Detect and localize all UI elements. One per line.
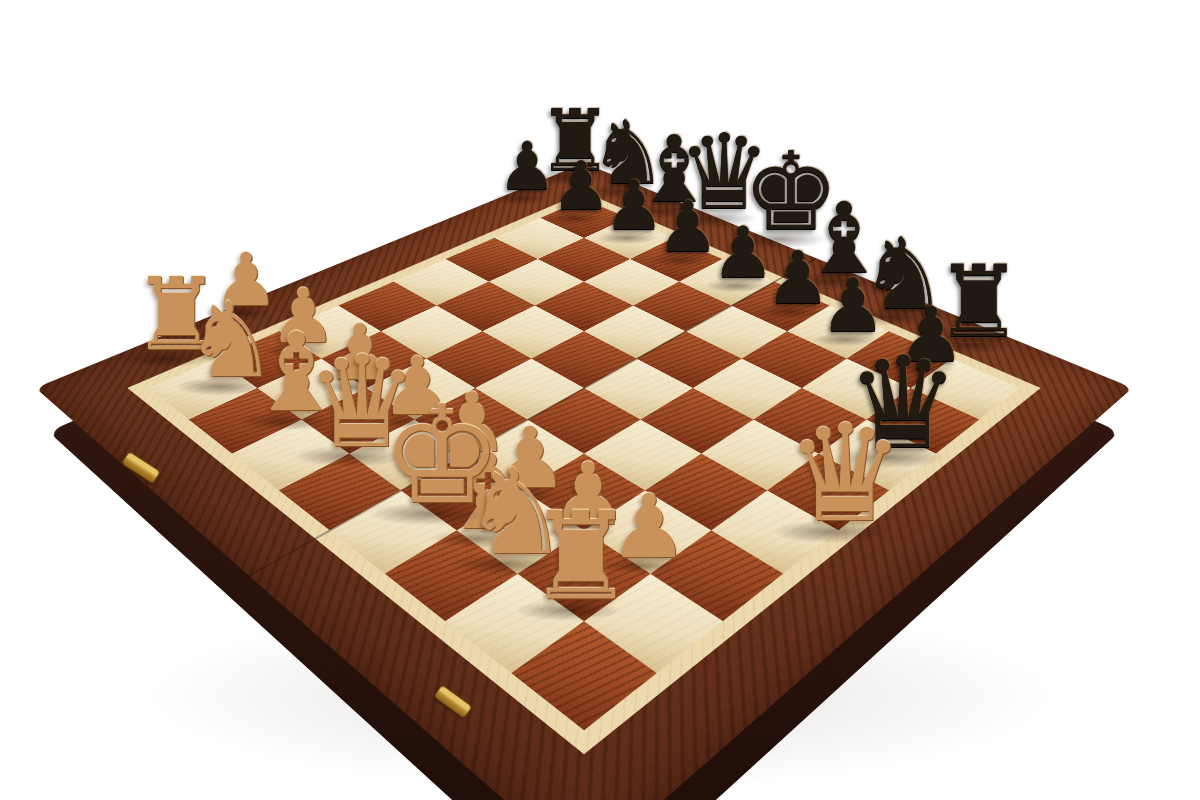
piece-shadow — [757, 305, 823, 318]
piece-glyph: ♟ — [551, 154, 611, 220]
piece-glyph: ♟ — [497, 135, 556, 200]
piece-shadow — [703, 279, 767, 292]
piece-white-rook-h1[interactable]: ♜ — [527, 498, 635, 617]
piece-black-pawn-a7[interactable]: ♟ — [497, 135, 556, 200]
piece-glyph: ♟ — [657, 193, 720, 262]
piece-black-pawn-d7[interactable]: ♟ — [657, 193, 720, 262]
chess-photo-stage: ♜♞♝♛♚♝♞♜♟♟♟♟♟♟♟♟♛♜♞♝♛♚♝♞♜♟♟♟♟♟♟♟♟♛ — [0, 0, 1200, 800]
piece-glyph: ♟ — [604, 173, 665, 240]
piece-black-pawn-c7[interactable]: ♟ — [604, 173, 665, 240]
piece-shadow — [544, 212, 604, 224]
piece-black-pawn-b7[interactable]: ♟ — [551, 154, 611, 220]
piece-shadow — [770, 520, 891, 544]
piece-shadow — [649, 253, 712, 266]
piece-shadow — [513, 599, 622, 621]
piece-shadow — [490, 192, 549, 204]
piece-white-queen-rim-h5[interactable]: ♛ — [785, 409, 905, 540]
piece-shadow — [596, 232, 657, 244]
